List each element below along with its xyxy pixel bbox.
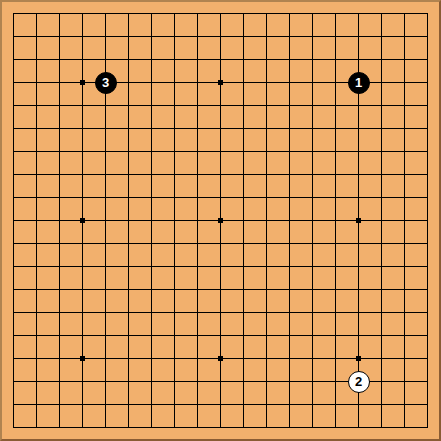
stone-black-move-3: 3 — [95, 72, 117, 94]
stones-grid: 123 — [2, 2, 439, 439]
board-grid: 123 — [13, 13, 428, 428]
stone-white-move-2: 2 — [348, 371, 370, 393]
stone-move-number: 2 — [355, 375, 362, 388]
stone-move-number: 1 — [355, 76, 362, 89]
go-board: 123 — [0, 0, 441, 441]
stone-move-number: 3 — [102, 76, 109, 89]
stone-black-move-1: 1 — [348, 72, 370, 94]
